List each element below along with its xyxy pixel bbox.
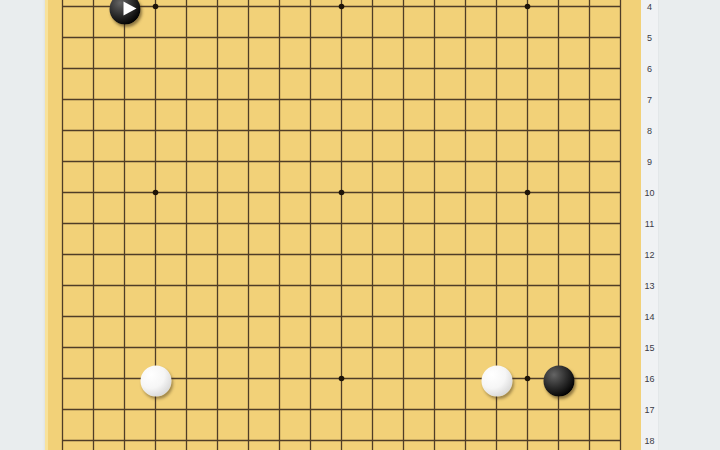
star-point bbox=[525, 376, 531, 382]
row-label: 18 bbox=[641, 436, 658, 446]
star-point bbox=[525, 190, 531, 196]
row-label: 4 bbox=[641, 2, 658, 12]
row-label: 14 bbox=[641, 312, 658, 322]
row-label: 5 bbox=[641, 33, 658, 43]
stone-black bbox=[543, 365, 574, 396]
go-app-window: 456789101112131415161718 bbox=[0, 0, 720, 450]
star-point bbox=[339, 190, 345, 196]
row-label: 6 bbox=[641, 64, 658, 74]
row-label: 8 bbox=[641, 126, 658, 136]
last-move-triangle-marker bbox=[123, 1, 136, 15]
coordinate-strip: 456789101112131415161718 bbox=[641, 0, 659, 450]
star-point bbox=[153, 4, 159, 10]
stone-white bbox=[481, 365, 512, 396]
row-label: 10 bbox=[641, 188, 658, 198]
row-label: 13 bbox=[641, 281, 658, 291]
go-board[interactable] bbox=[45, 0, 641, 450]
star-point bbox=[339, 4, 345, 10]
row-label: 11 bbox=[641, 219, 658, 229]
row-label: 17 bbox=[641, 405, 658, 415]
star-point bbox=[153, 190, 159, 196]
row-label: 12 bbox=[641, 250, 658, 260]
row-label: 16 bbox=[641, 374, 658, 384]
row-label: 15 bbox=[641, 343, 658, 353]
stone-white bbox=[140, 365, 171, 396]
star-point bbox=[525, 4, 531, 10]
row-label: 7 bbox=[641, 95, 658, 105]
star-point bbox=[339, 376, 345, 382]
row-label: 9 bbox=[641, 157, 658, 167]
